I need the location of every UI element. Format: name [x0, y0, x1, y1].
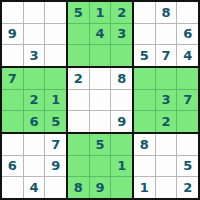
cell-r9c9[interactable]: 2: [177, 177, 198, 198]
cell-r6c3[interactable]: 5: [45, 111, 66, 132]
cell-r4c8[interactable]: [156, 68, 177, 89]
cell-r8c4[interactable]: [68, 156, 89, 177]
cell-r5c6[interactable]: [111, 90, 132, 111]
cell-r1c9[interactable]: [177, 2, 198, 23]
cell-r9c8[interactable]: [156, 177, 177, 198]
cell-r7c7[interactable]: 8: [134, 134, 155, 155]
box-r2c1: 72165: [2, 68, 66, 132]
cell-r6c5[interactable]: [90, 111, 111, 132]
box-r2c2: 289: [68, 68, 132, 132]
cell-r8c1[interactable]: 6: [2, 156, 23, 177]
cell-r9c3[interactable]: [45, 177, 66, 198]
cell-r3c3[interactable]: [45, 45, 66, 66]
cell-r5c2[interactable]: 2: [24, 90, 45, 111]
box-r1c2: 51243: [68, 2, 132, 66]
cell-r5c3[interactable]: 1: [45, 90, 66, 111]
cell-r7c9[interactable]: [177, 134, 198, 155]
cell-r2c3[interactable]: [45, 24, 66, 45]
cell-r5c7[interactable]: [134, 90, 155, 111]
cell-r7c6[interactable]: [111, 134, 132, 155]
cell-r2c9[interactable]: 6: [177, 24, 198, 45]
cell-r4c5[interactable]: [90, 68, 111, 89]
cell-r2c2[interactable]: [24, 24, 45, 45]
cell-r3c6[interactable]: [111, 45, 132, 66]
cell-r4c9[interactable]: [177, 68, 198, 89]
cell-r7c5[interactable]: 5: [90, 134, 111, 155]
cell-r8c3[interactable]: 9: [45, 156, 66, 177]
box-r2c3: 372: [134, 68, 198, 132]
cell-r8c7[interactable]: [134, 156, 155, 177]
cell-r2c4[interactable]: [68, 24, 89, 45]
cell-r3c5[interactable]: [90, 45, 111, 66]
cell-r5c5[interactable]: [90, 90, 111, 111]
cell-r3c2[interactable]: 3: [24, 45, 45, 66]
cell-r8c6[interactable]: 1: [111, 156, 132, 177]
cell-r6c2[interactable]: 6: [24, 111, 45, 132]
cell-r4c3[interactable]: [45, 68, 66, 89]
cell-r7c4[interactable]: [68, 134, 89, 155]
cell-r1c8[interactable]: 8: [156, 2, 177, 23]
cell-r2c6[interactable]: 3: [111, 24, 132, 45]
cell-r6c8[interactable]: 2: [156, 111, 177, 132]
cell-r2c5[interactable]: 4: [90, 24, 111, 45]
cell-r5c4[interactable]: [68, 90, 89, 111]
cell-r6c9[interactable]: [177, 111, 198, 132]
cell-r7c1[interactable]: [2, 134, 23, 155]
cell-r4c2[interactable]: [24, 68, 45, 89]
cell-r1c7[interactable]: [134, 2, 155, 23]
cell-r9c5[interactable]: 9: [90, 177, 111, 198]
cell-r6c1[interactable]: [2, 111, 23, 132]
cell-r6c4[interactable]: [68, 111, 89, 132]
cell-r8c9[interactable]: 5: [177, 156, 198, 177]
cell-r7c2[interactable]: [24, 134, 45, 155]
cell-r8c2[interactable]: [24, 156, 45, 177]
cell-r3c7[interactable]: 5: [134, 45, 155, 66]
cell-r5c1[interactable]: [2, 90, 23, 111]
cell-r3c1[interactable]: [2, 45, 23, 66]
box-r1c1: 93: [2, 2, 66, 66]
cell-r1c2[interactable]: [24, 2, 45, 23]
cell-r5c9[interactable]: 7: [177, 90, 198, 111]
box-r3c1: 7694: [2, 134, 66, 198]
cell-r1c6[interactable]: 2: [111, 2, 132, 23]
cell-r9c4[interactable]: 8: [68, 177, 89, 198]
cell-r5c8[interactable]: 3: [156, 90, 177, 111]
cell-r9c1[interactable]: [2, 177, 23, 198]
cell-r1c3[interactable]: [45, 2, 66, 23]
cell-r9c6[interactable]: [111, 177, 132, 198]
box-r3c2: 5189: [68, 134, 132, 198]
cell-r1c5[interactable]: 1: [90, 2, 111, 23]
cell-r6c6[interactable]: 9: [111, 111, 132, 132]
cell-r9c7[interactable]: 1: [134, 177, 155, 198]
cell-r8c5[interactable]: [90, 156, 111, 177]
box-r1c3: 86574: [134, 2, 198, 66]
cell-r7c3[interactable]: 7: [45, 134, 66, 155]
cell-r3c8[interactable]: 7: [156, 45, 177, 66]
cell-r1c4[interactable]: 5: [68, 2, 89, 23]
cell-r2c1[interactable]: 9: [2, 24, 23, 45]
cell-r4c6[interactable]: 8: [111, 68, 132, 89]
cell-r1c1[interactable]: [2, 2, 23, 23]
cell-r8c8[interactable]: [156, 156, 177, 177]
box-r3c3: 8512: [134, 134, 198, 198]
cell-r4c7[interactable]: [134, 68, 155, 89]
cell-r2c8[interactable]: [156, 24, 177, 45]
cell-r3c4[interactable]: [68, 45, 89, 66]
cell-r6c7[interactable]: [134, 111, 155, 132]
cell-r4c4[interactable]: 2: [68, 68, 89, 89]
cell-r9c2[interactable]: 4: [24, 177, 45, 198]
cell-r3c9[interactable]: 4: [177, 45, 198, 66]
cell-r7c8[interactable]: [156, 134, 177, 155]
sudoku-board: 93512438657472165289372769451898512: [0, 0, 200, 200]
cell-r4c1[interactable]: 7: [2, 68, 23, 89]
cell-r2c7[interactable]: [134, 24, 155, 45]
